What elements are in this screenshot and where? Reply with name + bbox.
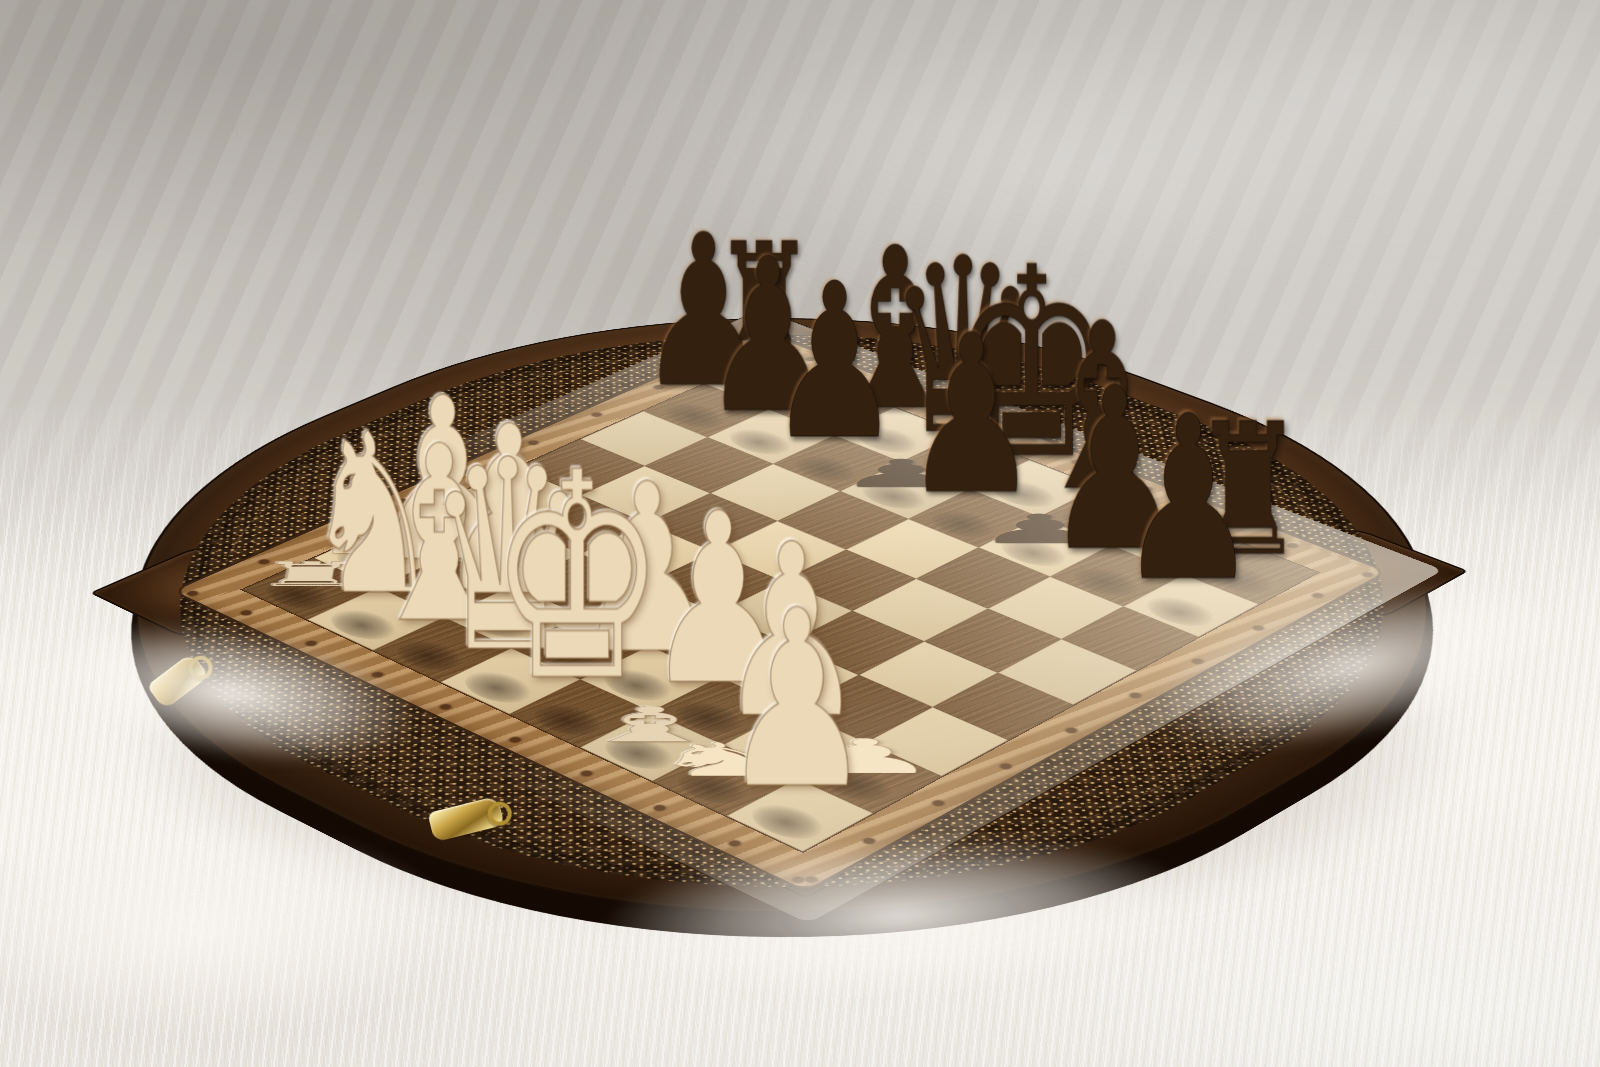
black-pawn-glyph: ♟ — [767, 256, 900, 470]
perspective-scene: ♜♞♝♛♚♝♞♜♟♟♟♟♟♟♟♟♟♟♟♟♟♟♟♟♜♞♝♛♚♝♞♟ — [0, 0, 1600, 1067]
white-pawn-glyph: ♟ — [720, 578, 872, 823]
photo-scene: ♜♞♝♛♚♝♞♜♟♟♟♟♟♟♟♟♟♟♟♟♟♟♟♟♜♞♝♛♚♝♞♟ — [0, 0, 1600, 1067]
black-pawn-glyph: ♟ — [903, 306, 1039, 525]
black-pawn-glyph: ♟ — [1117, 387, 1258, 613]
white-king-glyph: ♚ — [488, 436, 666, 721]
